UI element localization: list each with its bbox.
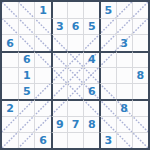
cell-r6c8[interactable] <box>116 83 132 99</box>
cell-r6c9[interactable] <box>132 83 148 99</box>
cell-r4c2[interactable]: 6 <box>18 51 34 67</box>
cell-r4c8[interactable] <box>116 51 132 67</box>
cell-r8c2[interactable] <box>18 116 34 132</box>
cell-r5c1[interactable] <box>2 67 18 83</box>
cell-r9c2[interactable] <box>18 132 34 148</box>
cell-r2c1[interactable] <box>2 18 18 34</box>
cell-r7c8[interactable]: 8 <box>116 99 132 115</box>
cell-r9c1[interactable] <box>2 132 18 148</box>
cell-r2c6[interactable]: 5 <box>83 18 99 34</box>
given-digit: 1 <box>39 5 47 16</box>
given-digit: 5 <box>88 21 96 32</box>
cell-r6c3[interactable] <box>34 83 50 99</box>
cell-r4c4[interactable] <box>51 51 67 67</box>
cell-r6c1[interactable] <box>2 83 18 99</box>
cell-r6c5[interactable] <box>67 83 83 99</box>
sudoku-board: 15365636418562897863 <box>0 0 150 150</box>
cell-r5c5[interactable] <box>67 67 83 83</box>
given-digit: 6 <box>39 135 47 146</box>
cell-r5c7[interactable] <box>99 67 115 83</box>
cell-r8c6[interactable]: 8 <box>83 116 99 132</box>
cell-r8c8[interactable] <box>116 116 132 132</box>
cell-r3c5[interactable] <box>67 34 83 50</box>
cell-r9c8[interactable] <box>116 132 132 148</box>
cell-r5c4[interactable] <box>51 67 67 83</box>
cell-r7c7[interactable] <box>99 99 115 115</box>
cell-r5c2[interactable]: 1 <box>18 67 34 83</box>
given-digit: 8 <box>137 70 145 81</box>
cell-r6c6[interactable]: 6 <box>83 83 99 99</box>
given-digit: 2 <box>6 103 14 114</box>
cell-r3c1[interactable]: 6 <box>2 34 18 50</box>
cell-r6c7[interactable] <box>99 83 115 99</box>
cell-r5c8[interactable] <box>116 67 132 83</box>
given-digit: 7 <box>72 119 80 130</box>
cell-r2c3[interactable] <box>34 18 50 34</box>
cell-r4c6[interactable]: 4 <box>83 51 99 67</box>
cell-r6c4[interactable] <box>51 83 67 99</box>
cell-r1c8[interactable] <box>116 2 132 18</box>
cell-r2c9[interactable] <box>132 18 148 34</box>
cell-r8c5[interactable]: 7 <box>67 116 83 132</box>
given-digit: 4 <box>88 54 96 65</box>
cell-r1c3[interactable]: 1 <box>34 2 50 18</box>
cell-r1c6[interactable] <box>83 2 99 18</box>
cell-r1c4[interactable] <box>51 2 67 18</box>
cell-r1c5[interactable] <box>67 2 83 18</box>
cell-r8c9[interactable] <box>132 116 148 132</box>
given-digit: 6 <box>88 86 96 97</box>
given-digit: 9 <box>56 119 64 130</box>
given-digit: 6 <box>23 54 31 65</box>
cell-r9c5[interactable] <box>67 132 83 148</box>
given-digit: 6 <box>72 21 80 32</box>
cell-r3c8[interactable]: 3 <box>116 34 132 50</box>
given-digit: 3 <box>105 135 113 146</box>
cell-r6c2[interactable]: 5 <box>18 83 34 99</box>
cell-r4c1[interactable] <box>2 51 18 67</box>
given-digit: 6 <box>6 38 14 49</box>
cell-r9c6[interactable] <box>83 132 99 148</box>
cell-r2c4[interactable]: 3 <box>51 18 67 34</box>
cell-r8c4[interactable]: 9 <box>51 116 67 132</box>
cell-r1c2[interactable] <box>18 2 34 18</box>
given-digit: 3 <box>56 21 64 32</box>
cell-r5c9[interactable]: 8 <box>132 67 148 83</box>
cell-r3c7[interactable] <box>99 34 115 50</box>
cell-r1c1[interactable] <box>2 2 18 18</box>
cell-r5c6[interactable] <box>83 67 99 83</box>
cell-r2c8[interactable] <box>116 18 132 34</box>
given-digit: 3 <box>120 38 128 49</box>
cell-r4c9[interactable] <box>132 51 148 67</box>
cell-r9c9[interactable] <box>132 132 148 148</box>
cell-r4c5[interactable] <box>67 51 83 67</box>
cell-r5c3[interactable] <box>34 67 50 83</box>
cell-r7c2[interactable] <box>18 99 34 115</box>
cell-r3c6[interactable] <box>83 34 99 50</box>
cell-r2c5[interactable]: 6 <box>67 18 83 34</box>
given-digit: 1 <box>23 70 31 81</box>
cell-r1c9[interactable] <box>132 2 148 18</box>
given-digit: 8 <box>120 103 128 114</box>
cell-r2c7[interactable] <box>99 18 115 34</box>
cell-r3c9[interactable] <box>132 34 148 50</box>
cell-r7c9[interactable] <box>132 99 148 115</box>
cell-r9c7[interactable]: 3 <box>99 132 115 148</box>
cell-r8c3[interactable] <box>34 116 50 132</box>
cell-r9c4[interactable] <box>51 132 67 148</box>
cell-r4c3[interactable] <box>34 51 50 67</box>
cell-r7c4[interactable] <box>51 99 67 115</box>
cell-r3c2[interactable] <box>18 34 34 50</box>
cell-r8c1[interactable] <box>2 116 18 132</box>
cell-r4c7[interactable] <box>99 51 115 67</box>
cell-r1c7[interactable]: 5 <box>99 2 115 18</box>
cell-r8c7[interactable] <box>99 116 115 132</box>
cell-r7c6[interactable] <box>83 99 99 115</box>
cell-r7c3[interactable] <box>34 99 50 115</box>
cell-r3c4[interactable] <box>51 34 67 50</box>
cell-r7c5[interactable] <box>67 99 83 115</box>
given-digit: 8 <box>88 119 96 130</box>
given-digit: 5 <box>23 86 31 97</box>
cell-r9c3[interactable]: 6 <box>34 132 50 148</box>
cell-r2c2[interactable] <box>18 18 34 34</box>
cell-r3c3[interactable] <box>34 34 50 50</box>
given-digit: 5 <box>105 5 113 16</box>
cell-r7c1[interactable]: 2 <box>2 99 18 115</box>
